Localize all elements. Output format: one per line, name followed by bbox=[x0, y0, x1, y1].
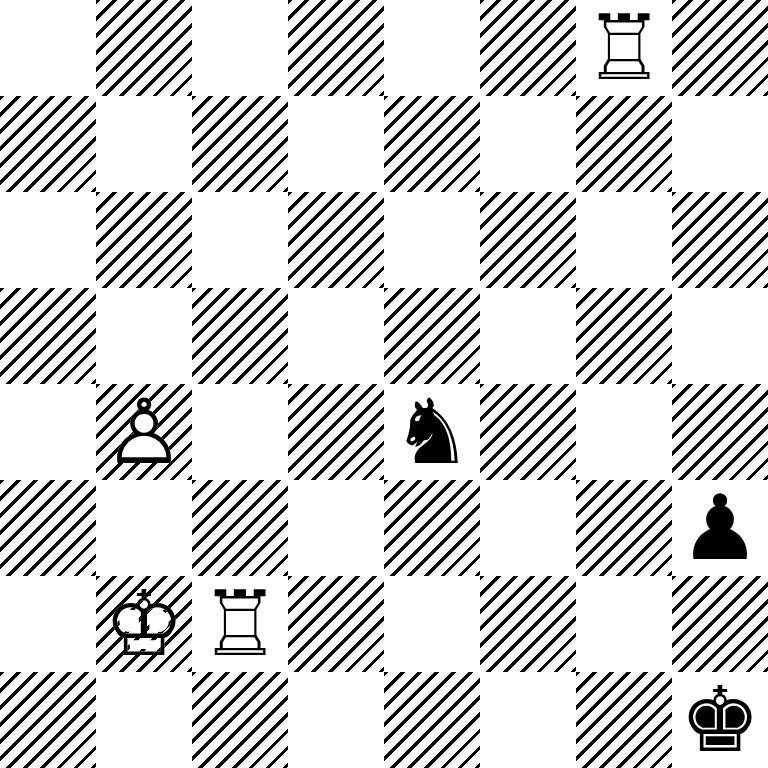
square-h8[interactable] bbox=[672, 0, 768, 96]
square-c1[interactable] bbox=[192, 672, 288, 768]
square-e6[interactable] bbox=[384, 192, 480, 288]
square-e7[interactable] bbox=[384, 96, 480, 192]
square-h7[interactable] bbox=[672, 96, 768, 192]
square-g2[interactable] bbox=[576, 576, 672, 672]
square-d4[interactable] bbox=[288, 384, 384, 480]
square-f8[interactable] bbox=[480, 0, 576, 96]
square-e3[interactable] bbox=[384, 480, 480, 576]
square-c7[interactable] bbox=[192, 96, 288, 192]
square-h2[interactable] bbox=[672, 576, 768, 672]
white-king-glyph-layer1: ♔ bbox=[96, 576, 192, 672]
square-f1[interactable] bbox=[480, 672, 576, 768]
square-g4[interactable] bbox=[576, 384, 672, 480]
chess-board: ♜♖♟♙♞♟♚♔♜♖♚ bbox=[0, 0, 768, 768]
square-g8[interactable]: ♜♖ bbox=[576, 0, 672, 96]
square-c6[interactable] bbox=[192, 192, 288, 288]
square-e5[interactable] bbox=[384, 288, 480, 384]
square-a3[interactable] bbox=[0, 480, 96, 576]
black-knight-glyph: ♞ bbox=[384, 384, 480, 480]
square-g6[interactable] bbox=[576, 192, 672, 288]
square-c5[interactable] bbox=[192, 288, 288, 384]
square-e8[interactable] bbox=[384, 0, 480, 96]
square-c4[interactable] bbox=[192, 384, 288, 480]
square-e1[interactable] bbox=[384, 672, 480, 768]
square-h6[interactable] bbox=[672, 192, 768, 288]
square-a5[interactable] bbox=[0, 288, 96, 384]
square-d7[interactable] bbox=[288, 96, 384, 192]
white-rook[interactable]: ♜♖ bbox=[192, 576, 288, 672]
black-king-glyph: ♚ bbox=[672, 672, 768, 768]
square-g1[interactable] bbox=[576, 672, 672, 768]
square-h1[interactable]: ♚ bbox=[672, 672, 768, 768]
square-d2[interactable] bbox=[288, 576, 384, 672]
square-d1[interactable] bbox=[288, 672, 384, 768]
square-d6[interactable] bbox=[288, 192, 384, 288]
square-b3[interactable] bbox=[96, 480, 192, 576]
square-d8[interactable] bbox=[288, 0, 384, 96]
square-c3[interactable] bbox=[192, 480, 288, 576]
square-h4[interactable] bbox=[672, 384, 768, 480]
square-f4[interactable] bbox=[480, 384, 576, 480]
square-h3[interactable]: ♟ bbox=[672, 480, 768, 576]
square-g7[interactable] bbox=[576, 96, 672, 192]
square-d3[interactable] bbox=[288, 480, 384, 576]
square-a7[interactable] bbox=[0, 96, 96, 192]
square-a4[interactable] bbox=[0, 384, 96, 480]
square-b7[interactable] bbox=[96, 96, 192, 192]
white-pawn-glyph-layer1: ♙ bbox=[96, 384, 192, 480]
square-e4[interactable]: ♞ bbox=[384, 384, 480, 480]
square-f7[interactable] bbox=[480, 96, 576, 192]
square-b5[interactable] bbox=[96, 288, 192, 384]
square-d5[interactable] bbox=[288, 288, 384, 384]
square-a8[interactable] bbox=[0, 0, 96, 96]
square-a6[interactable] bbox=[0, 192, 96, 288]
square-a1[interactable] bbox=[0, 672, 96, 768]
square-g3[interactable] bbox=[576, 480, 672, 576]
square-b6[interactable] bbox=[96, 192, 192, 288]
square-e2[interactable] bbox=[384, 576, 480, 672]
square-a2[interactable] bbox=[0, 576, 96, 672]
square-b8[interactable] bbox=[96, 0, 192, 96]
square-h5[interactable] bbox=[672, 288, 768, 384]
black-pawn-glyph: ♟ bbox=[672, 480, 768, 576]
square-g5[interactable] bbox=[576, 288, 672, 384]
white-king[interactable]: ♚♔ bbox=[96, 576, 192, 672]
square-b1[interactable] bbox=[96, 672, 192, 768]
white-pawn[interactable]: ♟♙ bbox=[96, 384, 192, 480]
square-f6[interactable] bbox=[480, 192, 576, 288]
square-f3[interactable] bbox=[480, 480, 576, 576]
square-c8[interactable] bbox=[192, 0, 288, 96]
white-rook-glyph-layer1: ♖ bbox=[576, 0, 672, 96]
black-king[interactable]: ♚ bbox=[672, 672, 768, 768]
black-knight[interactable]: ♞ bbox=[384, 384, 480, 480]
white-rook[interactable]: ♜♖ bbox=[576, 0, 672, 96]
square-c2[interactable]: ♜♖ bbox=[192, 576, 288, 672]
white-rook-glyph-layer1: ♖ bbox=[192, 576, 288, 672]
square-f2[interactable] bbox=[480, 576, 576, 672]
square-f5[interactable] bbox=[480, 288, 576, 384]
square-b4[interactable]: ♟♙ bbox=[96, 384, 192, 480]
black-pawn[interactable]: ♟ bbox=[672, 480, 768, 576]
square-b2[interactable]: ♚♔ bbox=[96, 576, 192, 672]
